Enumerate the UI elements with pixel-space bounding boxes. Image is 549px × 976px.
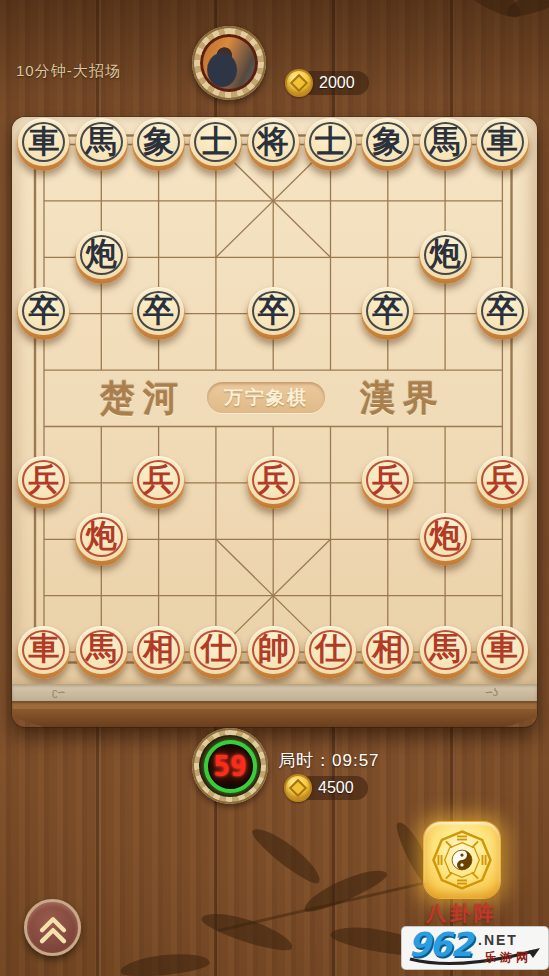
board-point[interactable]: 帥 <box>245 624 302 680</box>
opponent-avatar-photo <box>200 34 258 92</box>
board-point[interactable] <box>73 285 130 341</box>
board-point[interactable] <box>187 511 244 567</box>
board-point[interactable] <box>416 173 473 229</box>
board-point[interactable] <box>130 173 187 229</box>
coin-icon <box>285 69 313 97</box>
bamboo-branch <box>217 881 427 932</box>
piece-black-advisor[interactable]: 士 <box>304 118 357 171</box>
piece-red-soldier[interactable]: 兵 <box>361 456 414 509</box>
edge-ornament: ʗ∽ <box>52 686 65 699</box>
board-point[interactable] <box>15 567 72 623</box>
board-point[interactable] <box>73 398 130 454</box>
piece-face: 兵 <box>18 456 69 504</box>
piece-face: 卒 <box>248 287 299 335</box>
piece-character: 兵 <box>372 464 403 495</box>
piece-character: 馬 <box>430 633 461 664</box>
piece-black-chariot[interactable]: 車 <box>17 118 70 171</box>
piece-face: 兵 <box>362 456 413 504</box>
board-point[interactable] <box>474 567 531 623</box>
opponent-coin-balance: 2000 <box>285 69 369 97</box>
piece-face: 兵 <box>248 456 299 504</box>
piece-face: 卒 <box>133 287 184 335</box>
board-point[interactable]: 車 <box>15 624 72 680</box>
piece-face: 炮 <box>420 231 471 279</box>
piece-face: 車 <box>18 118 69 166</box>
game-screen: 10分钟-大招场 2000 楚河 漢界 万宁象棋 車馬象士将士象馬車炮炮卒卒卒卒… <box>0 0 549 976</box>
board-point[interactable] <box>245 567 302 623</box>
piece-face: 炮 <box>76 231 127 279</box>
bamboo-leaf <box>119 950 211 976</box>
piece-character: 将 <box>258 126 289 157</box>
board-point[interactable] <box>359 567 416 623</box>
board-point[interactable] <box>302 229 359 285</box>
xiangqi-board: 楚河 漢界 万宁象棋 車馬象士将士象馬車炮炮卒卒卒卒卒兵兵兵兵兵炮炮車馬相仕帥仕… <box>12 117 537 727</box>
piece-face: 将 <box>248 118 299 166</box>
board-point[interactable]: 炮 <box>416 511 473 567</box>
piece-character: 炮 <box>430 238 461 269</box>
board-point[interactable] <box>416 398 473 454</box>
board-point[interactable] <box>474 398 531 454</box>
edge-ornament: ∽ʖ <box>484 686 497 699</box>
board-point[interactable] <box>15 229 72 285</box>
board-base-layer <box>12 701 537 709</box>
board-point[interactable] <box>187 285 244 341</box>
board-point[interactable] <box>245 229 302 285</box>
piece-red-general[interactable]: 帥 <box>247 626 300 679</box>
board-point[interactable]: 炮 <box>73 229 130 285</box>
board-point[interactable] <box>302 285 359 341</box>
piece-red-elephant[interactable]: 相 <box>132 626 185 679</box>
board-point[interactable]: 兵 <box>15 455 72 511</box>
piece-character: 兵 <box>258 464 289 495</box>
board-point[interactable]: 将 <box>245 117 302 173</box>
board-point[interactable] <box>302 398 359 454</box>
piece-character: 炮 <box>86 238 117 269</box>
piece-red-soldier[interactable]: 兵 <box>247 456 300 509</box>
piece-black-horse[interactable]: 馬 <box>419 118 472 171</box>
piece-character: 卒 <box>28 295 59 326</box>
piece-red-soldier[interactable]: 兵 <box>476 456 529 509</box>
piece-character: 炮 <box>430 520 461 551</box>
board-point[interactable]: 卒 <box>245 285 302 341</box>
piece-red-soldier[interactable]: 兵 <box>132 456 185 509</box>
piece-character: 兵 <box>28 464 59 495</box>
timer-bezel: 59 <box>199 735 261 797</box>
piece-red-chariot[interactable]: 車 <box>476 626 529 679</box>
bamboo-leaf <box>248 821 327 888</box>
board-point[interactable] <box>474 342 531 398</box>
board-point[interactable]: 相 <box>359 624 416 680</box>
piece-black-general[interactable]: 将 <box>247 118 300 171</box>
board-point[interactable] <box>130 229 187 285</box>
board-point[interactable] <box>245 342 302 398</box>
board-point[interactable]: 兵 <box>130 455 187 511</box>
board-point[interactable] <box>302 567 359 623</box>
piece-black-soldier[interactable]: 卒 <box>361 287 414 340</box>
piece-black-soldier[interactable]: 卒 <box>132 287 185 340</box>
bamboo-leaf <box>504 0 549 21</box>
piece-red-horse[interactable]: 馬 <box>419 626 472 679</box>
piece-character: 卒 <box>143 295 174 326</box>
board-point[interactable]: 卒 <box>359 285 416 341</box>
board-point[interactable]: 象 <box>130 117 187 173</box>
piece-black-elephant[interactable]: 象 <box>132 118 185 171</box>
board-point[interactable] <box>73 567 130 623</box>
board-point[interactable]: 車 <box>15 117 72 173</box>
board-point[interactable] <box>15 511 72 567</box>
coin-icon <box>284 774 312 802</box>
board-point[interactable] <box>73 455 130 511</box>
piece-black-advisor[interactable]: 士 <box>189 118 242 171</box>
board-point[interactable]: 炮 <box>73 511 130 567</box>
piece-character: 車 <box>28 126 59 157</box>
piece-character: 相 <box>372 633 403 664</box>
watermark-962: 962 <box>408 927 471 964</box>
piece-face: 士 <box>305 118 356 166</box>
double-chevron-up-icon <box>34 910 72 946</box>
piece-character: 相 <box>143 633 174 664</box>
timer-ring: 59 <box>204 740 257 793</box>
piece-face: 仕 <box>305 626 356 674</box>
piece-red-elephant[interactable]: 相 <box>361 626 414 679</box>
board-point[interactable]: 車 <box>474 624 531 680</box>
piece-character: 士 <box>200 126 231 157</box>
watermark: 962 .NET 乐游网 <box>402 927 548 969</box>
board-point[interactable] <box>302 455 359 511</box>
board-point[interactable]: 炮 <box>416 229 473 285</box>
piece-black-soldier[interactable]: 卒 <box>17 287 70 340</box>
board-point[interactable] <box>359 229 416 285</box>
board-point[interactable] <box>359 173 416 229</box>
piece-character: 帥 <box>258 633 289 664</box>
board-point[interactable] <box>416 455 473 511</box>
board-point[interactable] <box>187 173 244 229</box>
board-point[interactable] <box>187 455 244 511</box>
board-point[interactable] <box>359 342 416 398</box>
piece-red-cannon[interactable]: 炮 <box>75 513 128 566</box>
piece-character: 士 <box>315 126 346 157</box>
board-points: 車馬象士将士象馬車炮炮卒卒卒卒卒兵兵兵兵兵炮炮車馬相仕帥仕相馬車 <box>15 117 531 680</box>
board-point[interactable]: 兵 <box>359 455 416 511</box>
board-point[interactable]: 車 <box>474 117 531 173</box>
piece-character: 仕 <box>200 633 231 664</box>
board-surface: 楚河 漢界 万宁象棋 車馬象士将士象馬車炮炮卒卒卒卒卒兵兵兵兵兵炮炮車馬相仕帥仕… <box>12 117 537 684</box>
opponent-avatar[interactable] <box>192 26 266 100</box>
board-point[interactable] <box>416 285 473 341</box>
piece-character: 象 <box>372 126 403 157</box>
board-point[interactable] <box>474 511 531 567</box>
piece-face: 車 <box>18 626 69 674</box>
piece-black-soldier[interactable]: 卒 <box>247 287 300 340</box>
piece-red-advisor[interactable]: 仕 <box>189 626 242 679</box>
board-point[interactable] <box>187 229 244 285</box>
watermark-net: .NET <box>478 932 518 948</box>
piece-face: 象 <box>133 118 184 166</box>
piece-black-chariot[interactable]: 車 <box>476 118 529 171</box>
board-point[interactable] <box>474 229 531 285</box>
piece-character: 象 <box>143 126 174 157</box>
board-point[interactable] <box>130 511 187 567</box>
piece-black-cannon[interactable]: 炮 <box>75 231 128 284</box>
piece-face: 相 <box>362 626 413 674</box>
piece-face: 卒 <box>18 287 69 335</box>
board-point[interactable] <box>302 342 359 398</box>
timer-countdown: 59 <box>213 750 247 783</box>
piece-face: 兵 <box>133 456 184 504</box>
board-point[interactable] <box>130 398 187 454</box>
board-point[interactable] <box>359 398 416 454</box>
board-point[interactable] <box>15 342 72 398</box>
board-point[interactable] <box>187 398 244 454</box>
piece-face: 兵 <box>477 456 528 504</box>
game-clock: 局时：09:57 <box>278 749 380 772</box>
board-point[interactable] <box>416 342 473 398</box>
piece-face: 象 <box>362 118 413 166</box>
board-point[interactable] <box>416 567 473 623</box>
piece-red-cannon[interactable]: 炮 <box>419 513 472 566</box>
board-point[interactable] <box>474 173 531 229</box>
piece-face: 炮 <box>420 513 471 561</box>
board-base <box>12 709 537 727</box>
piece-face: 馬 <box>76 626 127 674</box>
board-point[interactable]: 兵 <box>245 455 302 511</box>
piece-face: 帥 <box>248 626 299 674</box>
board-point[interactable]: 象 <box>359 117 416 173</box>
piece-face: 卒 <box>362 287 413 335</box>
piece-character: 卒 <box>372 295 403 326</box>
piece-black-horse[interactable]: 馬 <box>75 118 128 171</box>
piece-face: 相 <box>133 626 184 674</box>
bagua-skill-label: 八卦阵 <box>412 900 512 927</box>
board-point[interactable] <box>73 342 130 398</box>
piece-face: 車 <box>477 118 528 166</box>
piece-red-horse[interactable]: 馬 <box>75 626 128 679</box>
piece-character: 卒 <box>487 295 518 326</box>
watermark-name: 乐游网 <box>484 949 532 966</box>
game-clock-label: 局时： <box>278 751 332 770</box>
bamboo-leaf <box>300 863 390 918</box>
board-point[interactable] <box>302 511 359 567</box>
board-point[interactable]: 士 <box>187 117 244 173</box>
piece-red-chariot[interactable]: 車 <box>17 626 70 679</box>
piece-character: 馬 <box>86 126 117 157</box>
player-coin-balance: 4500 <box>284 774 368 802</box>
piece-character: 車 <box>487 126 518 157</box>
board-front-edge: ʗ∽ ∽ʖ <box>12 684 537 701</box>
piece-red-advisor[interactable]: 仕 <box>304 626 357 679</box>
board-point[interactable]: 卒 <box>15 285 72 341</box>
board-point[interactable]: 仕 <box>187 624 244 680</box>
piece-character: 兵 <box>487 464 518 495</box>
piece-face: 仕 <box>190 626 241 674</box>
piece-face: 士 <box>190 118 241 166</box>
game-clock-value: 09:57 <box>332 751 380 770</box>
bamboo-leaf <box>199 906 296 956</box>
piece-character: 卒 <box>258 295 289 326</box>
board-point[interactable]: 馬 <box>416 624 473 680</box>
piece-black-cannon[interactable]: 炮 <box>419 231 472 284</box>
board-point[interactable]: 馬 <box>416 117 473 173</box>
piece-face: 馬 <box>420 626 471 674</box>
piece-red-soldier[interactable]: 兵 <box>17 456 70 509</box>
piece-face: 炮 <box>76 513 127 561</box>
board-point[interactable] <box>245 173 302 229</box>
piece-character: 馬 <box>430 126 461 157</box>
board-point[interactable]: 仕 <box>302 624 359 680</box>
board-point[interactable]: 士 <box>302 117 359 173</box>
board-point[interactable] <box>245 511 302 567</box>
board-point[interactable] <box>187 342 244 398</box>
board-point[interactable] <box>130 342 187 398</box>
board-point[interactable]: 馬 <box>73 624 130 680</box>
room-title: 10分钟-大招场 <box>16 62 121 81</box>
piece-character: 兵 <box>143 464 174 495</box>
board-point[interactable] <box>302 173 359 229</box>
board-point[interactable] <box>245 398 302 454</box>
board-point[interactable]: 馬 <box>73 117 130 173</box>
piece-face: 卒 <box>477 287 528 335</box>
board-point[interactable] <box>359 511 416 567</box>
piece-character: 車 <box>487 633 518 664</box>
piece-face: 車 <box>477 626 528 674</box>
piece-black-elephant[interactable]: 象 <box>361 118 414 171</box>
board-point[interactable]: 相 <box>130 624 187 680</box>
bagua-skill-button[interactable] <box>424 822 500 898</box>
move-timer: 59 <box>192 728 268 804</box>
board-point[interactable] <box>130 567 187 623</box>
piece-character: 炮 <box>86 520 117 551</box>
board-point[interactable]: 兵 <box>474 455 531 511</box>
piece-character: 馬 <box>86 633 117 664</box>
bamboo-leaf <box>454 0 526 23</box>
board-point[interactable]: 卒 <box>130 285 187 341</box>
piece-character: 仕 <box>315 633 346 664</box>
expand-up-button[interactable] <box>24 899 81 956</box>
board-point[interactable] <box>73 173 130 229</box>
board-point[interactable] <box>15 398 72 454</box>
piece-face: 馬 <box>76 118 127 166</box>
board-point[interactable] <box>187 567 244 623</box>
piece-character: 車 <box>28 633 59 664</box>
bagua-icon <box>431 829 493 891</box>
board-point[interactable] <box>15 173 72 229</box>
piece-face: 馬 <box>420 118 471 166</box>
piece-black-soldier[interactable]: 卒 <box>476 287 529 340</box>
board-point[interactable]: 卒 <box>474 285 531 341</box>
